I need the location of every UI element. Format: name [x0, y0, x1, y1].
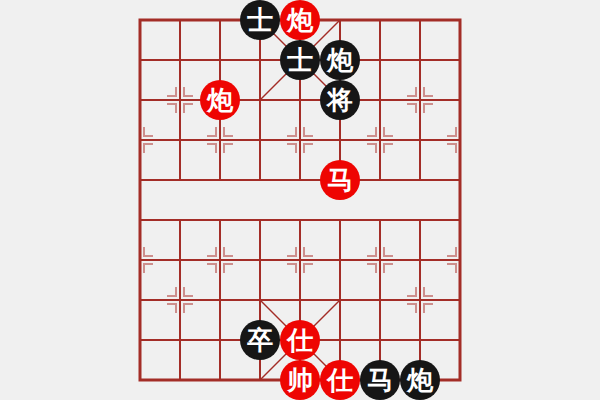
piece-black-advisor[interactable]: 士	[280, 40, 320, 80]
piece-black-soldier[interactable]: 卒	[240, 320, 280, 360]
piece-red-cannon[interactable]: 炮	[280, 0, 320, 40]
piece-red-cannon[interactable]: 炮	[200, 80, 240, 120]
piece-red-horse[interactable]: 马	[320, 160, 360, 200]
piece-black-general[interactable]: 将	[320, 80, 360, 120]
piece-black-cannon[interactable]: 炮	[400, 360, 440, 400]
pieces-layer: 士炮士炮炮将马卒仕帅仕马炮	[120, 0, 480, 400]
piece-red-general[interactable]: 帅	[280, 360, 320, 400]
xiangqi-board: 士炮士炮炮将马卒仕帅仕马炮	[0, 0, 600, 400]
piece-black-horse[interactable]: 马	[360, 360, 400, 400]
piece-red-advisor[interactable]: 仕	[280, 320, 320, 360]
piece-black-cannon[interactable]: 炮	[320, 40, 360, 80]
piece-black-advisor[interactable]: 士	[240, 0, 280, 40]
piece-red-advisor[interactable]: 仕	[320, 360, 360, 400]
